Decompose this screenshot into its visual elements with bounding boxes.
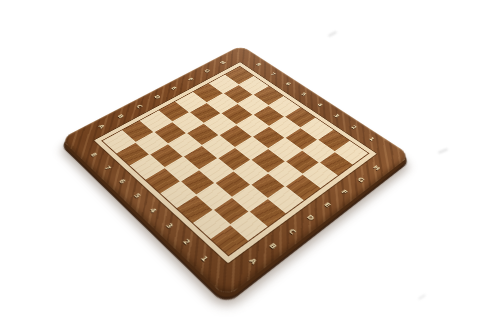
chessboard: 87654321 87654321 HGFEDCBA HGFEDCBA — [60, 45, 410, 298]
photo-smudge — [418, 294, 426, 300]
page-background: 87654321 87654321 HGFEDCBA HGFEDCBA — [0, 0, 500, 332]
playing-field — [94, 62, 377, 263]
chessboard-scene: 87654321 87654321 HGFEDCBA HGFEDCBA — [107, 19, 364, 276]
photo-smudge — [438, 148, 448, 154]
